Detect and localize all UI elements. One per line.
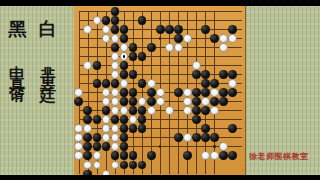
black-stone (129, 161, 138, 170)
black-stone (147, 43, 156, 52)
black-stone (120, 124, 129, 133)
black-stone (111, 151, 120, 160)
letterbox-top (0, 0, 320, 6)
player-white-label: 白 (39, 20, 57, 38)
black-stone (201, 124, 210, 133)
white-stone (111, 124, 120, 133)
black-stone (102, 106, 111, 115)
black-stone (210, 79, 219, 88)
white-stone (201, 97, 210, 106)
black-stone (129, 97, 138, 106)
right-panel (246, 6, 320, 175)
black-stone (174, 88, 183, 97)
black-stone (138, 161, 147, 170)
white-stone (210, 106, 219, 115)
black-stone (111, 43, 120, 52)
black-stone (192, 70, 201, 79)
white-stone (111, 34, 120, 43)
white-stone (111, 161, 120, 170)
white-stone (102, 115, 111, 124)
white-stone (111, 97, 120, 106)
black-stone (228, 124, 237, 133)
black-stone (138, 79, 147, 88)
go-board (74, 6, 246, 175)
white-stone (102, 34, 111, 43)
black-stone (210, 34, 219, 43)
black-stone (192, 133, 201, 142)
white-stone (183, 97, 192, 106)
white-stone (138, 97, 147, 106)
player-black-column: 黑 申真谞 (5, 20, 29, 83)
black-stone (129, 52, 138, 61)
video-frame: 黑 申真谞 白 芈昱廷 徐老师围棋教室 (0, 0, 320, 180)
black-stone (210, 97, 219, 106)
white-stone (74, 88, 83, 97)
black-stone (228, 88, 237, 97)
player-black-name: 申真谞 (9, 53, 25, 83)
white-stone (219, 34, 228, 43)
star-point (159, 37, 162, 40)
white-stone (219, 142, 228, 151)
black-stone (147, 97, 156, 106)
white-stone (165, 106, 174, 115)
black-stone (147, 151, 156, 160)
white-stone (156, 97, 165, 106)
black-stone (93, 133, 102, 142)
black-stone (120, 34, 129, 43)
last-move-marker (123, 55, 126, 58)
white-stone (83, 61, 92, 70)
black-stone (219, 97, 228, 106)
white-stone (102, 133, 111, 142)
white-stone (129, 115, 138, 124)
white-stone (147, 106, 156, 115)
black-stone (192, 88, 201, 97)
black-stone (93, 115, 102, 124)
black-stone (129, 151, 138, 160)
player-black-label: 黑 (8, 20, 26, 38)
white-stone (183, 34, 192, 43)
black-stone (174, 34, 183, 43)
black-stone (129, 106, 138, 115)
black-stone (138, 124, 147, 133)
black-stone (129, 124, 138, 133)
star-point (213, 145, 216, 148)
white-stone (120, 52, 129, 61)
black-stone (120, 133, 129, 142)
black-stone (120, 61, 129, 70)
black-stone (74, 97, 83, 106)
white-stone (111, 142, 120, 151)
left-panel: 黑 申真谞 白 芈昱廷 (0, 6, 74, 175)
white-stone (210, 151, 219, 160)
star-point (159, 145, 162, 148)
black-stone (219, 70, 228, 79)
black-stone (219, 88, 228, 97)
white-stone (111, 70, 120, 79)
white-stone (228, 79, 237, 88)
black-stone (111, 16, 120, 25)
black-stone (228, 25, 237, 34)
black-stone (83, 106, 92, 115)
black-stone (111, 25, 120, 34)
white-stone (111, 133, 120, 142)
black-stone (83, 115, 92, 124)
black-stone (138, 52, 147, 61)
white-stone (183, 88, 192, 97)
white-stone (74, 142, 83, 151)
black-stone (120, 161, 129, 170)
black-stone (120, 151, 129, 160)
white-stone (93, 151, 102, 160)
black-stone (102, 79, 111, 88)
black-stone (102, 16, 111, 25)
white-stone (83, 124, 92, 133)
white-stone (156, 88, 165, 97)
black-stone (192, 97, 201, 106)
black-stone (174, 133, 183, 142)
black-stone (83, 142, 92, 151)
white-stone (111, 88, 120, 97)
white-stone (165, 43, 174, 52)
black-stone (111, 79, 120, 88)
player-white-column: 白 芈昱廷 (36, 20, 60, 83)
black-stone (120, 97, 129, 106)
white-stone (111, 61, 120, 70)
white-stone (102, 88, 111, 97)
white-stone (93, 161, 102, 170)
white-stone (74, 133, 83, 142)
white-stone (183, 133, 192, 142)
black-stone (93, 142, 102, 151)
black-stone (201, 88, 210, 97)
black-stone (228, 151, 237, 160)
white-stone (93, 16, 102, 25)
black-stone (219, 151, 228, 160)
black-stone (120, 70, 129, 79)
black-stone (165, 25, 174, 34)
black-stone (201, 133, 210, 142)
black-stone (210, 133, 219, 142)
black-stone (174, 25, 183, 34)
black-stone (83, 151, 92, 160)
white-stone (83, 161, 92, 170)
black-stone (228, 70, 237, 79)
black-stone (102, 142, 111, 151)
white-stone (210, 88, 219, 97)
black-stone (147, 88, 156, 97)
black-stone (111, 7, 120, 16)
black-stone (183, 151, 192, 160)
black-stone (201, 25, 210, 34)
white-stone (102, 25, 111, 34)
black-stone (201, 70, 210, 79)
black-stone (120, 115, 129, 124)
white-stone (147, 79, 156, 88)
black-stone (120, 25, 129, 34)
letterbox-bottom (0, 175, 320, 180)
black-stone (83, 133, 92, 142)
black-stone (93, 79, 102, 88)
white-stone (192, 61, 201, 70)
board-grid (79, 11, 242, 174)
black-stone (120, 142, 129, 151)
white-stone (102, 97, 111, 106)
white-stone (183, 106, 192, 115)
black-stone (93, 61, 102, 70)
white-stone (74, 151, 83, 160)
black-stone (138, 106, 147, 115)
white-stone (120, 106, 129, 115)
black-stone (192, 106, 201, 115)
white-stone (83, 25, 92, 34)
black-stone (120, 88, 129, 97)
white-stone (174, 43, 183, 52)
black-stone (129, 43, 138, 52)
white-stone (102, 124, 111, 133)
white-stone (228, 34, 237, 43)
white-stone (120, 43, 129, 52)
black-stone (129, 88, 138, 97)
white-stone (111, 52, 120, 61)
black-stone (201, 106, 210, 115)
white-stone (201, 151, 210, 160)
black-stone (111, 115, 120, 124)
white-stone (120, 79, 129, 88)
black-stone (138, 115, 147, 124)
black-stone (156, 25, 165, 34)
black-stone (201, 79, 210, 88)
white-stone (74, 124, 83, 133)
black-stone (129, 70, 138, 79)
white-stone (111, 106, 120, 115)
watermark: 徐老师围棋教室 (249, 151, 319, 162)
black-stone (138, 16, 147, 25)
player-white-name: 芈昱廷 (40, 53, 56, 83)
white-stone (219, 43, 228, 52)
black-stone (192, 115, 201, 124)
